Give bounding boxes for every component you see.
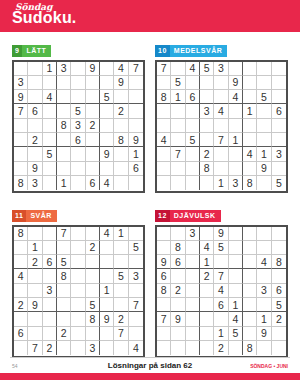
- sudoku-cell: [14, 162, 28, 176]
- sudoku-cell: 2: [86, 241, 100, 255]
- sudoku-cell: [257, 298, 271, 312]
- sudoku-cell: 4: [43, 90, 57, 104]
- sudoku-cell: 9: [14, 90, 28, 104]
- sudoku-cell: 4: [100, 176, 114, 190]
- sudoku-cell: 5: [214, 241, 228, 255]
- sudoku-cell: [186, 284, 200, 298]
- sudoku-cell: [272, 341, 286, 355]
- sudoku-cell: [257, 227, 271, 241]
- sudoku-cell: [200, 341, 214, 355]
- sudoku-cell: 9: [86, 62, 100, 76]
- sudoku-cell: [100, 241, 114, 255]
- sudoku-cell: [186, 312, 200, 326]
- sudoku-cell: 2: [272, 312, 286, 326]
- sudoku-cell: [28, 227, 42, 241]
- sudoku-cell: [186, 327, 200, 341]
- sudoku-cell: [272, 241, 286, 255]
- sudoku-cell: [186, 119, 200, 133]
- sudoku-cell: [243, 119, 257, 133]
- sudoku-cell: [272, 76, 286, 90]
- sudoku-cell: 8: [114, 133, 128, 147]
- sudoku-cell: [14, 147, 28, 161]
- sudoku-cell: 3: [71, 119, 85, 133]
- sudoku-board: 1394739945765283226895919683164: [12, 60, 145, 193]
- sudoku-cell: 2: [43, 341, 57, 355]
- sudoku-cell: 4: [186, 62, 200, 76]
- sudoku-cell: 9: [100, 312, 114, 326]
- sudoku-cell: 1: [114, 227, 128, 241]
- sudoku-cell: [200, 227, 214, 241]
- sudoku-cell: [186, 298, 200, 312]
- sudoku-cell: 9: [229, 76, 243, 90]
- sudoku-cell: 7: [157, 312, 171, 326]
- puzzle-12-devilish: 12 DJÄVULSK 3984596148627824366157941215…: [155, 204, 288, 358]
- sudoku-cell: [86, 76, 100, 90]
- sudoku-cell: 5: [71, 104, 85, 118]
- sudoku-cell: [114, 162, 128, 176]
- sudoku-cell: [57, 133, 71, 147]
- sudoku-cell: [129, 76, 143, 90]
- sudoku-cell: [71, 147, 85, 161]
- sudoku-cell: 7: [114, 327, 128, 341]
- sudoku-cell: 8: [14, 176, 28, 190]
- sudoku-cell: [272, 119, 286, 133]
- sudoku-cell: [114, 341, 128, 355]
- sudoku-cell: [57, 104, 71, 118]
- sudoku-cell: [86, 269, 100, 283]
- sudoku-cell: 6: [43, 255, 57, 269]
- sudoku-cell: [257, 269, 271, 283]
- sudoku-cell: [129, 119, 143, 133]
- sudoku-cell: [129, 284, 143, 298]
- sudoku-cell: [257, 241, 271, 255]
- sudoku-cell: 1: [243, 104, 257, 118]
- sudoku-cell: 5: [129, 241, 143, 255]
- sudoku-cell: [214, 162, 228, 176]
- difficulty-label: MEDELSVÅR: [170, 45, 227, 57]
- header-banner: Söndag Sudoku.: [0, 0, 300, 32]
- sudoku-cell: [171, 176, 185, 190]
- sudoku-board: 3984596148627824366157941215928: [155, 225, 288, 358]
- sudoku-cell: [28, 327, 42, 341]
- difficulty-badge: 11 SVÅR: [12, 210, 57, 222]
- sudoku-cell: [157, 241, 171, 255]
- sudoku-cell: [14, 341, 28, 355]
- sudoku-cell: [129, 255, 143, 269]
- sudoku-cell: [71, 162, 85, 176]
- sudoku-cell: 7: [157, 62, 171, 76]
- sudoku-cell: 3: [57, 62, 71, 76]
- sudoku-cell: 4: [214, 104, 228, 118]
- sudoku-cell: [71, 312, 85, 326]
- sudoku-cell: [243, 162, 257, 176]
- sudoku-cell: 6: [157, 269, 171, 283]
- sudoku-cell: 3: [214, 62, 228, 76]
- sudoku-cell: [200, 284, 214, 298]
- sudoku-cell: [229, 227, 243, 241]
- sudoku-cell: [214, 147, 228, 161]
- sudoku-cell: 5: [57, 255, 71, 269]
- sudoku-cell: [186, 104, 200, 118]
- sudoku-cell: [43, 241, 57, 255]
- sudoku-cell: 3: [129, 269, 143, 283]
- sudoku-cell: 3: [257, 284, 271, 298]
- sudoku-cell: 1: [257, 312, 271, 326]
- sudoku-cell: [71, 90, 85, 104]
- sudoku-cell: [43, 76, 57, 90]
- sudoku-cell: 2: [114, 104, 128, 118]
- sudoku-cell: 7: [28, 341, 42, 355]
- difficulty-label: SVÅR: [26, 210, 56, 222]
- sudoku-cell: [14, 241, 28, 255]
- sudoku-cell: [200, 312, 214, 326]
- sudoku-cell: [214, 255, 228, 269]
- sudoku-cell: 2: [114, 312, 128, 326]
- sudoku-cell: [71, 176, 85, 190]
- sudoku-cell: [186, 241, 200, 255]
- sudoku-cell: [229, 341, 243, 355]
- sudoku-cell: [114, 284, 128, 298]
- sudoku-cell: [171, 133, 185, 147]
- sudoku-cell: 9: [114, 76, 128, 90]
- sudoku-cell: 6: [129, 162, 143, 176]
- sudoku-cell: 7: [14, 104, 28, 118]
- sudoku-cell: 5: [257, 90, 271, 104]
- sudoku-cell: [243, 241, 257, 255]
- sudoku-cell: [157, 327, 171, 341]
- puzzle-11-hard: 11 SVÅR 874112526548533129578926277234: [12, 204, 145, 358]
- sudoku-cell: [57, 312, 71, 326]
- puzzle-number: 9: [12, 45, 22, 57]
- sudoku-cell: [171, 227, 185, 241]
- sudoku-cell: [157, 76, 171, 90]
- sudoku-cell: 4: [129, 341, 143, 355]
- sudoku-cell: 9: [214, 227, 228, 241]
- sudoku-cell: [157, 104, 171, 118]
- sudoku-cell: 5: [171, 76, 185, 90]
- sudoku-cell: [100, 104, 114, 118]
- sudoku-cell: [171, 269, 185, 283]
- sudoku-cell: [157, 298, 171, 312]
- sudoku-cell: [186, 76, 200, 90]
- sudoku-cell: 3: [43, 284, 57, 298]
- sudoku-cell: [114, 241, 128, 255]
- sudoku-cell: 6: [186, 90, 200, 104]
- sudoku-cell: [43, 269, 57, 283]
- sudoku-cell: [129, 312, 143, 326]
- sudoku-cell: 8: [57, 119, 71, 133]
- sudoku-cell: 9: [129, 133, 143, 147]
- sudoku-cell: [14, 119, 28, 133]
- sudoku-cell: 3: [186, 227, 200, 241]
- sudoku-cell: [86, 90, 100, 104]
- sudoku-cell: 4: [243, 147, 257, 161]
- sudoku-cell: [129, 176, 143, 190]
- sudoku-cell: [200, 298, 214, 312]
- sudoku-cell: [129, 327, 143, 341]
- sudoku-cell: [86, 133, 100, 147]
- sudoku-cell: [28, 284, 42, 298]
- sudoku-cell: [129, 227, 143, 241]
- sudoku-cell: [129, 104, 143, 118]
- sudoku-cell: [43, 133, 57, 147]
- sudoku-cell: 5: [43, 147, 57, 161]
- sudoku-cell: 5: [100, 90, 114, 104]
- sudoku-cell: [243, 90, 257, 104]
- sudoku-cell: [257, 119, 271, 133]
- sudoku-cell: 2: [57, 327, 71, 341]
- sudoku-cell: 1: [200, 255, 214, 269]
- sudoku-cell: 8: [157, 90, 171, 104]
- sudoku-cell: 9: [28, 162, 42, 176]
- sudoku-cell: 1: [229, 133, 243, 147]
- sudoku-cell: [243, 284, 257, 298]
- sudoku-cell: 1: [257, 147, 271, 161]
- sudoku-cell: [114, 119, 128, 133]
- sudoku-cell: [71, 76, 85, 90]
- sudoku-cell: 8: [57, 269, 71, 283]
- sudoku-cell: [28, 62, 42, 76]
- sudoku-cell: 8: [200, 162, 214, 176]
- sudoku-cell: [14, 133, 28, 147]
- sudoku-cell: 4: [200, 241, 214, 255]
- sudoku-cell: 7: [129, 62, 143, 76]
- sudoku-cell: [86, 284, 100, 298]
- sudoku-cell: [28, 312, 42, 326]
- sudoku-cell: [71, 255, 85, 269]
- sudoku-cell: [229, 104, 243, 118]
- sudoku-cell: [200, 119, 214, 133]
- sudoku-cell: [200, 176, 214, 190]
- sudoku-cell: [43, 119, 57, 133]
- sudoku-cell: [71, 62, 85, 76]
- sudoku-cell: [243, 227, 257, 241]
- sudoku-cell: [257, 62, 271, 76]
- sudoku-cell: [57, 241, 71, 255]
- sudoku-cell: [100, 255, 114, 269]
- sudoku-cell: 2: [171, 284, 185, 298]
- sudoku-cell: [114, 90, 128, 104]
- solutions-note: Lösningar på sidan 62: [10, 361, 290, 370]
- sudoku-cell: 7: [57, 227, 71, 241]
- sudoku-cell: [28, 147, 42, 161]
- sudoku-cell: [43, 176, 57, 190]
- sudoku-cell: [100, 327, 114, 341]
- sudoku-cell: [229, 147, 243, 161]
- sudoku-cell: [28, 119, 42, 133]
- sudoku-cell: [257, 76, 271, 90]
- sudoku-cell: [171, 341, 185, 355]
- puzzle-number: 12: [155, 210, 170, 222]
- puzzle-10-medium: 10 MEDELSVÅR 745359816453416457172413891…: [155, 39, 288, 193]
- sudoku-cell: [114, 147, 128, 161]
- page-footer: 54 Lösningar på sidan 62 SÖNDAG • JUNI: [10, 357, 290, 371]
- magazine-page: Söndag Sudoku. 9 LÄTT 139473994576528322…: [0, 0, 300, 380]
- sudoku-cell: 4: [157, 133, 171, 147]
- sudoku-cell: 5: [86, 298, 100, 312]
- sudoku-cell: [100, 269, 114, 283]
- sudoku-cell: [229, 269, 243, 283]
- difficulty-label: DJÄVULSK: [170, 210, 221, 222]
- sudoku-cell: 3: [14, 76, 28, 90]
- sudoku-cell: [100, 119, 114, 133]
- sudoku-cell: [243, 133, 257, 147]
- sudoku-cell: [171, 62, 185, 76]
- sudoku-cell: 1: [43, 62, 57, 76]
- sudoku-cell: 4: [229, 312, 243, 326]
- sudoku-cell: [186, 341, 200, 355]
- sudoku-cell: [243, 312, 257, 326]
- sudoku-cell: 1: [171, 90, 185, 104]
- sudoku-cell: 9: [257, 162, 271, 176]
- difficulty-badge: 10 MEDELSVÅR: [155, 45, 227, 57]
- sudoku-cell: 8: [171, 241, 185, 255]
- puzzle-number: 10: [155, 45, 170, 57]
- sudoku-cell: [229, 62, 243, 76]
- sudoku-cell: [86, 255, 100, 269]
- sudoku-cell: [229, 255, 243, 269]
- sudoku-cell: [28, 269, 42, 283]
- sudoku-cell: 6: [71, 133, 85, 147]
- sudoku-cell: [157, 147, 171, 161]
- sudoku-cell: [243, 62, 257, 76]
- sudoku-logo: Söndag Sudoku.: [12, 3, 77, 26]
- sudoku-cell: [157, 119, 171, 133]
- sudoku-cell: [43, 312, 57, 326]
- sudoku-cell: 4: [229, 90, 243, 104]
- sudoku-cell: [114, 298, 128, 312]
- sudoku-cell: 9: [257, 327, 271, 341]
- sudoku-cell: [71, 298, 85, 312]
- sudoku-cell: [186, 255, 200, 269]
- puzzle-number: 11: [12, 210, 26, 222]
- sudoku-cell: [243, 76, 257, 90]
- sudoku-cell: 8: [157, 284, 171, 298]
- sudoku-cell: 9: [100, 147, 114, 161]
- sudoku-cell: [28, 90, 42, 104]
- sudoku-cell: [157, 176, 171, 190]
- sudoku-cell: 1: [129, 147, 143, 161]
- sudoku-cell: [71, 269, 85, 283]
- sudoku-cell: [214, 76, 228, 90]
- sudoku-cell: 8: [272, 255, 286, 269]
- sudoku-cell: 1: [28, 241, 42, 255]
- sudoku-cell: [86, 162, 100, 176]
- sudoku-cell: [14, 62, 28, 76]
- sudoku-cell: 7: [171, 147, 185, 161]
- sudoku-cell: [43, 162, 57, 176]
- sudoku-cell: [229, 241, 243, 255]
- sudoku-cell: [272, 327, 286, 341]
- sudoku-cell: [100, 341, 114, 355]
- sudoku-cell: 4: [114, 62, 128, 76]
- sudoku-cell: [272, 227, 286, 241]
- sudoku-cell: [186, 176, 200, 190]
- edition-text: SÖNDAG • JUNI: [250, 363, 288, 369]
- sudoku-cell: 7: [214, 269, 228, 283]
- sudoku-cell: 2: [86, 119, 100, 133]
- sudoku-cell: 6: [14, 327, 28, 341]
- sudoku-cell: 9: [157, 255, 171, 269]
- sudoku-cell: [229, 284, 243, 298]
- sudoku-cell: 9: [171, 312, 185, 326]
- sudoku-cell: 2: [14, 298, 28, 312]
- sudoku-cell: 6: [171, 255, 185, 269]
- sudoku-cell: [200, 90, 214, 104]
- sudoku-cell: [272, 62, 286, 76]
- sudoku-cell: [257, 341, 271, 355]
- sudoku-cell: 1: [214, 327, 228, 341]
- sudoku-cell: [157, 227, 171, 241]
- sudoku-cell: [171, 298, 185, 312]
- sudoku-cell: [114, 176, 128, 190]
- sudoku-cell: [229, 119, 243, 133]
- sudoku-cell: 1: [100, 284, 114, 298]
- sudoku-cell: [214, 312, 228, 326]
- sudoku-cell: [43, 327, 57, 341]
- sudoku-cell: [171, 327, 185, 341]
- logo-main-text: Sudoku.: [12, 9, 77, 26]
- sudoku-cell: [71, 284, 85, 298]
- sudoku-cell: [100, 133, 114, 147]
- sudoku-cell: [171, 104, 185, 118]
- sudoku-cell: 5: [229, 327, 243, 341]
- sudoku-cell: [243, 255, 257, 269]
- sudoku-cell: 5: [186, 133, 200, 147]
- sudoku-cell: [243, 298, 257, 312]
- sudoku-cell: 1: [229, 298, 243, 312]
- sudoku-cell: [43, 227, 57, 241]
- sudoku-cell: [272, 269, 286, 283]
- sudoku-cell: [243, 269, 257, 283]
- sudoku-cell: [100, 162, 114, 176]
- sudoku-cell: 9: [28, 298, 42, 312]
- sudoku-cell: [272, 133, 286, 147]
- sudoku-board: 874112526548533129578926277234: [12, 225, 145, 358]
- sudoku-cell: 6: [214, 298, 228, 312]
- sudoku-cell: [229, 162, 243, 176]
- sudoku-cell: 8: [243, 341, 257, 355]
- sudoku-cell: [28, 76, 42, 90]
- sudoku-board: 745359816453416457172413891385: [155, 60, 288, 193]
- sudoku-cell: [100, 76, 114, 90]
- sudoku-cell: [200, 133, 214, 147]
- sudoku-cell: [86, 327, 100, 341]
- sudoku-cell: [71, 241, 85, 255]
- difficulty-badge: 9 LÄTT: [12, 45, 51, 57]
- sudoku-cell: [14, 312, 28, 326]
- sudoku-cell: 8: [243, 176, 257, 190]
- sudoku-cell: [43, 104, 57, 118]
- sudoku-cell: [272, 162, 286, 176]
- sudoku-cell: 2: [200, 147, 214, 161]
- sudoku-cell: [257, 176, 271, 190]
- sudoku-cell: [157, 162, 171, 176]
- sudoku-cell: 3: [229, 176, 243, 190]
- sudoku-cell: 4: [14, 269, 28, 283]
- sudoku-cell: 2: [200, 269, 214, 283]
- sudoku-cell: [86, 147, 100, 161]
- sudoku-cell: [57, 147, 71, 161]
- sudoku-cell: [86, 104, 100, 118]
- sudoku-cell: [100, 298, 114, 312]
- sudoku-cell: 5: [200, 62, 214, 76]
- sudoku-cell: [14, 284, 28, 298]
- sudoku-cell: [71, 327, 85, 341]
- sudoku-cell: [257, 104, 271, 118]
- sudoku-cell: 2: [28, 133, 42, 147]
- sudoku-cell: 3: [272, 147, 286, 161]
